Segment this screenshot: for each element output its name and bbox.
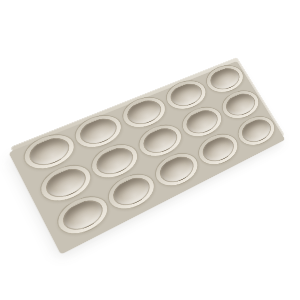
cup-bowl	[237, 115, 275, 147]
cup-bowl	[57, 195, 107, 236]
cup-bowl	[198, 133, 238, 167]
muffin-tray	[10, 57, 285, 248]
photo-background	[0, 0, 300, 300]
cup-bowl	[155, 152, 198, 188]
cup-bowl	[206, 65, 244, 94]
cup-bowl	[221, 90, 259, 120]
cup-bowl	[166, 80, 206, 111]
cup-bowl	[108, 172, 154, 210]
